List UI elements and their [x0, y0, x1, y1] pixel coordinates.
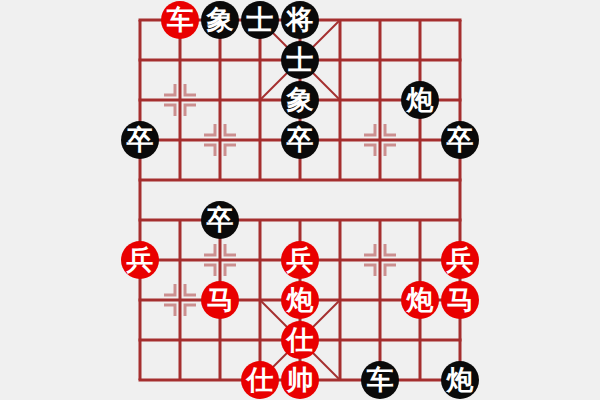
piece-black-soldier[interactable]: 卒: [281, 121, 319, 159]
piece-red-soldier[interactable]: 兵: [281, 241, 319, 279]
piece-red-general[interactable]: 帅: [281, 361, 319, 399]
piece-red-chariot[interactable]: 车: [161, 1, 199, 39]
piece-black-advisor[interactable]: 士: [281, 41, 319, 79]
piece-black-advisor[interactable]: 士: [241, 1, 279, 39]
piece-black-general[interactable]: 将: [281, 1, 319, 39]
piece-black-soldier[interactable]: 卒: [441, 121, 479, 159]
piece-red-cannon[interactable]: 炮: [401, 281, 439, 319]
piece-red-cannon[interactable]: 炮: [281, 281, 319, 319]
piece-black-chariot[interactable]: 车: [361, 361, 399, 399]
piece-red-advisor[interactable]: 仕: [281, 321, 319, 359]
piece-red-advisor[interactable]: 仕: [241, 361, 279, 399]
piece-black-cannon[interactable]: 炮: [401, 81, 439, 119]
piece-black-cannon[interactable]: 炮: [441, 361, 479, 399]
piece-red-soldier[interactable]: 兵: [121, 241, 159, 279]
xiangqi-board-area: 车象士将士象炮卒卒卒卒兵兵兵马炮炮马仕仕帅车炮: [0, 0, 600, 400]
piece-black-elephant[interactable]: 象: [281, 81, 319, 119]
piece-red-soldier[interactable]: 兵: [441, 241, 479, 279]
piece-black-elephant[interactable]: 象: [201, 1, 239, 39]
piece-black-soldier[interactable]: 卒: [121, 121, 159, 159]
piece-red-horse[interactable]: 马: [441, 281, 479, 319]
piece-layer: 车象士将士象炮卒卒卒卒兵兵兵马炮炮马仕仕帅车炮: [0, 0, 600, 400]
piece-black-soldier[interactable]: 卒: [201, 201, 239, 239]
piece-red-horse[interactable]: 马: [201, 281, 239, 319]
